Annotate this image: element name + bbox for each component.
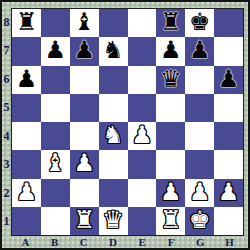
square-e1[interactable] <box>128 207 157 235</box>
square-c4[interactable] <box>70 122 99 150</box>
square-e3[interactable] <box>128 150 157 178</box>
piece-white-pawn[interactable]: ♟ <box>189 180 211 204</box>
rank-label-4: 4 <box>2 122 11 151</box>
square-d1[interactable]: ♛ <box>99 207 128 235</box>
square-b7[interactable]: ♟ <box>41 37 70 65</box>
square-c1[interactable]: ♜ <box>70 207 99 235</box>
square-c8[interactable]: ♝ <box>70 9 99 37</box>
rank-label-3: 3 <box>2 151 11 180</box>
square-b3[interactable]: ♝ <box>41 150 70 178</box>
square-b5[interactable] <box>41 94 70 122</box>
piece-white-bishop[interactable]: ♝ <box>45 151 67 175</box>
file-label-h: H <box>215 236 244 249</box>
square-b2[interactable] <box>41 179 70 207</box>
square-f4[interactable] <box>156 122 185 150</box>
square-h3[interactable] <box>214 150 243 178</box>
square-g6[interactable] <box>185 66 214 94</box>
square-g8[interactable]: ♚ <box>185 9 214 37</box>
square-c7[interactable]: ♟ <box>70 37 99 65</box>
piece-white-pawn[interactable]: ♟ <box>218 180 240 204</box>
piece-black-pawn[interactable]: ♟ <box>160 38 182 62</box>
square-g3[interactable] <box>185 150 214 178</box>
rank-labels: 87654321 <box>2 8 11 236</box>
rank-label-1: 1 <box>2 208 11 237</box>
square-d2[interactable] <box>99 179 128 207</box>
square-f6[interactable]: ♛ <box>156 66 185 94</box>
chess-diagram: 87654321 ♜♝♜♚♟♟♞♟♟♟♛♟♞♟♝♟♟♟♟♟♜♛♜♚ ABCDEF… <box>0 0 250 250</box>
piece-white-knight[interactable]: ♞ <box>102 123 124 147</box>
piece-white-pawn[interactable]: ♟ <box>131 123 153 147</box>
piece-black-pawn[interactable]: ♟ <box>16 67 38 91</box>
square-d7[interactable]: ♞ <box>99 37 128 65</box>
square-d5[interactable] <box>99 94 128 122</box>
square-e4[interactable]: ♟ <box>128 122 157 150</box>
piece-black-rook[interactable]: ♜ <box>160 10 182 34</box>
piece-white-queen[interactable]: ♛ <box>102 208 124 232</box>
square-d3[interactable] <box>99 150 128 178</box>
piece-black-pawn[interactable]: ♟ <box>73 38 95 62</box>
piece-white-pawn[interactable]: ♟ <box>73 151 95 175</box>
piece-white-rook[interactable]: ♜ <box>160 208 182 232</box>
square-a3[interactable] <box>12 150 41 178</box>
square-h8[interactable] <box>214 9 243 37</box>
rank-label-8: 8 <box>2 8 11 37</box>
square-f8[interactable]: ♜ <box>156 9 185 37</box>
file-label-b: B <box>40 236 69 249</box>
square-e5[interactable] <box>128 94 157 122</box>
square-e7[interactable] <box>128 37 157 65</box>
piece-black-pawn[interactable]: ♟ <box>189 38 211 62</box>
square-b6[interactable] <box>41 66 70 94</box>
square-h4[interactable] <box>214 122 243 150</box>
square-e8[interactable] <box>128 9 157 37</box>
piece-black-pawn[interactable]: ♟ <box>218 67 240 91</box>
square-h2[interactable]: ♟ <box>214 179 243 207</box>
piece-black-bishop[interactable]: ♝ <box>73 10 95 34</box>
piece-white-rook[interactable]: ♜ <box>73 208 95 232</box>
square-d8[interactable] <box>99 9 128 37</box>
file-label-d: D <box>98 236 127 249</box>
square-f1[interactable]: ♜ <box>156 207 185 235</box>
file-labels: ABCDEFGH <box>11 236 244 249</box>
file-label-c: C <box>69 236 98 249</box>
rank-label-2: 2 <box>2 179 11 208</box>
square-c3[interactable]: ♟ <box>70 150 99 178</box>
square-c6[interactable] <box>70 66 99 94</box>
piece-black-rook[interactable]: ♜ <box>16 10 38 34</box>
square-f2[interactable]: ♟ <box>156 179 185 207</box>
piece-white-pawn[interactable]: ♟ <box>16 180 38 204</box>
square-g7[interactable]: ♟ <box>185 37 214 65</box>
square-b8[interactable] <box>41 9 70 37</box>
file-label-f: F <box>157 236 186 249</box>
square-e2[interactable] <box>128 179 157 207</box>
file-label-e: E <box>128 236 157 249</box>
square-g1[interactable]: ♚ <box>185 207 214 235</box>
square-a2[interactable]: ♟ <box>12 179 41 207</box>
rank-label-7: 7 <box>2 37 11 66</box>
piece-black-knight[interactable]: ♞ <box>102 38 124 62</box>
piece-black-queen[interactable]: ♛ <box>160 67 182 91</box>
square-f7[interactable]: ♟ <box>156 37 185 65</box>
piece-black-pawn[interactable]: ♟ <box>45 38 67 62</box>
piece-white-king[interactable]: ♚ <box>189 208 211 232</box>
file-label-g: G <box>186 236 215 249</box>
square-g5[interactable] <box>185 94 214 122</box>
square-f3[interactable] <box>156 150 185 178</box>
rank-label-6: 6 <box>2 65 11 94</box>
square-a8[interactable]: ♜ <box>12 9 41 37</box>
square-h1[interactable] <box>214 207 243 235</box>
square-c5[interactable] <box>70 94 99 122</box>
square-h7[interactable] <box>214 37 243 65</box>
square-d6[interactable] <box>99 66 128 94</box>
square-b1[interactable] <box>41 207 70 235</box>
square-g2[interactable]: ♟ <box>185 179 214 207</box>
square-f5[interactable] <box>156 94 185 122</box>
square-e6[interactable] <box>128 66 157 94</box>
piece-white-pawn[interactable]: ♟ <box>160 180 182 204</box>
square-a4[interactable] <box>12 122 41 150</box>
square-c2[interactable] <box>70 179 99 207</box>
file-label-a: A <box>11 236 40 249</box>
square-a7[interactable] <box>12 37 41 65</box>
rank-label-5: 5 <box>2 94 11 123</box>
square-h5[interactable] <box>214 94 243 122</box>
chess-board: ♜♝♜♚♟♟♞♟♟♟♛♟♞♟♝♟♟♟♟♟♜♛♜♚ <box>11 8 244 236</box>
square-a6[interactable]: ♟ <box>12 66 41 94</box>
square-g4[interactable] <box>185 122 214 150</box>
square-b4[interactable] <box>41 122 70 150</box>
piece-black-king[interactable]: ♚ <box>189 10 211 34</box>
square-h6[interactable]: ♟ <box>214 66 243 94</box>
square-a1[interactable] <box>12 207 41 235</box>
square-d4[interactable]: ♞ <box>99 122 128 150</box>
square-a5[interactable] <box>12 94 41 122</box>
